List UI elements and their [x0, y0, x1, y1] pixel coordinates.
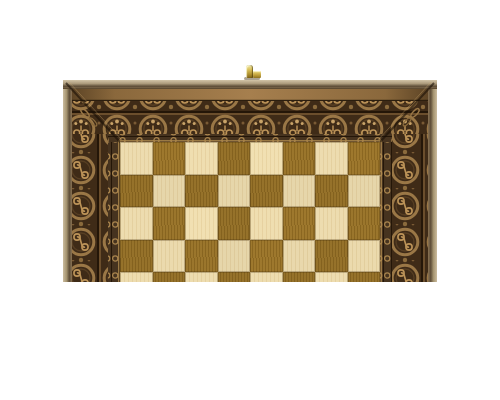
- board-square: [185, 207, 218, 240]
- board-square: [153, 175, 186, 208]
- board-square: [315, 272, 348, 282]
- board-square: [250, 142, 283, 175]
- board-square: [218, 175, 251, 208]
- board-square: [120, 142, 153, 175]
- clasp-hasp: [253, 71, 261, 78]
- board-square: [348, 142, 381, 175]
- board-square: [153, 207, 186, 240]
- board-square: [120, 207, 153, 240]
- board-square: [348, 207, 381, 240]
- board-square: [250, 240, 283, 273]
- board-square: [185, 240, 218, 273]
- board-square: [120, 240, 153, 273]
- chessboard: [120, 142, 380, 282]
- board-square: [250, 272, 283, 282]
- frame-ornament-band-left: [72, 134, 108, 282]
- product-photo: { "game": "chess", "scene": { "descripti…: [0, 0, 500, 400]
- frame-ornament-band-right: [392, 134, 428, 282]
- board-square: [348, 175, 381, 208]
- board-square: [185, 142, 218, 175]
- board-square: [348, 240, 381, 273]
- board-square: [185, 175, 218, 208]
- board-square: [250, 207, 283, 240]
- board-square: [153, 142, 186, 175]
- board-square: [218, 207, 251, 240]
- board-square: [185, 272, 218, 282]
- board-square: [283, 207, 316, 240]
- board-square: [218, 240, 251, 273]
- board-square: [120, 175, 153, 208]
- frame-top-molding: [63, 80, 437, 89]
- board-square: [348, 272, 381, 282]
- board-square: [153, 272, 186, 282]
- board-square: [120, 272, 153, 282]
- brass-clasp: [243, 64, 261, 81]
- board-square: [218, 142, 251, 175]
- board-square: [315, 175, 348, 208]
- board-square: [315, 142, 348, 175]
- frame-plain-strip: [72, 89, 428, 101]
- board-square: [283, 272, 316, 282]
- board-square: [283, 142, 316, 175]
- frame-left-molding: [63, 89, 72, 282]
- board-square: [315, 240, 348, 273]
- board-square: [283, 175, 316, 208]
- chessboard-clip: [120, 142, 380, 282]
- frame-right-molding: [428, 89, 437, 282]
- board-square: [315, 207, 348, 240]
- board-square: [283, 240, 316, 273]
- frame-ornament-band-top: [72, 101, 428, 134]
- board-square: [250, 175, 283, 208]
- board-square: [218, 272, 251, 282]
- chess-case-lid: [63, 80, 437, 282]
- clasp-knob: [246, 65, 253, 78]
- board-square: [153, 240, 186, 273]
- frame-bead-band-left: [108, 142, 120, 282]
